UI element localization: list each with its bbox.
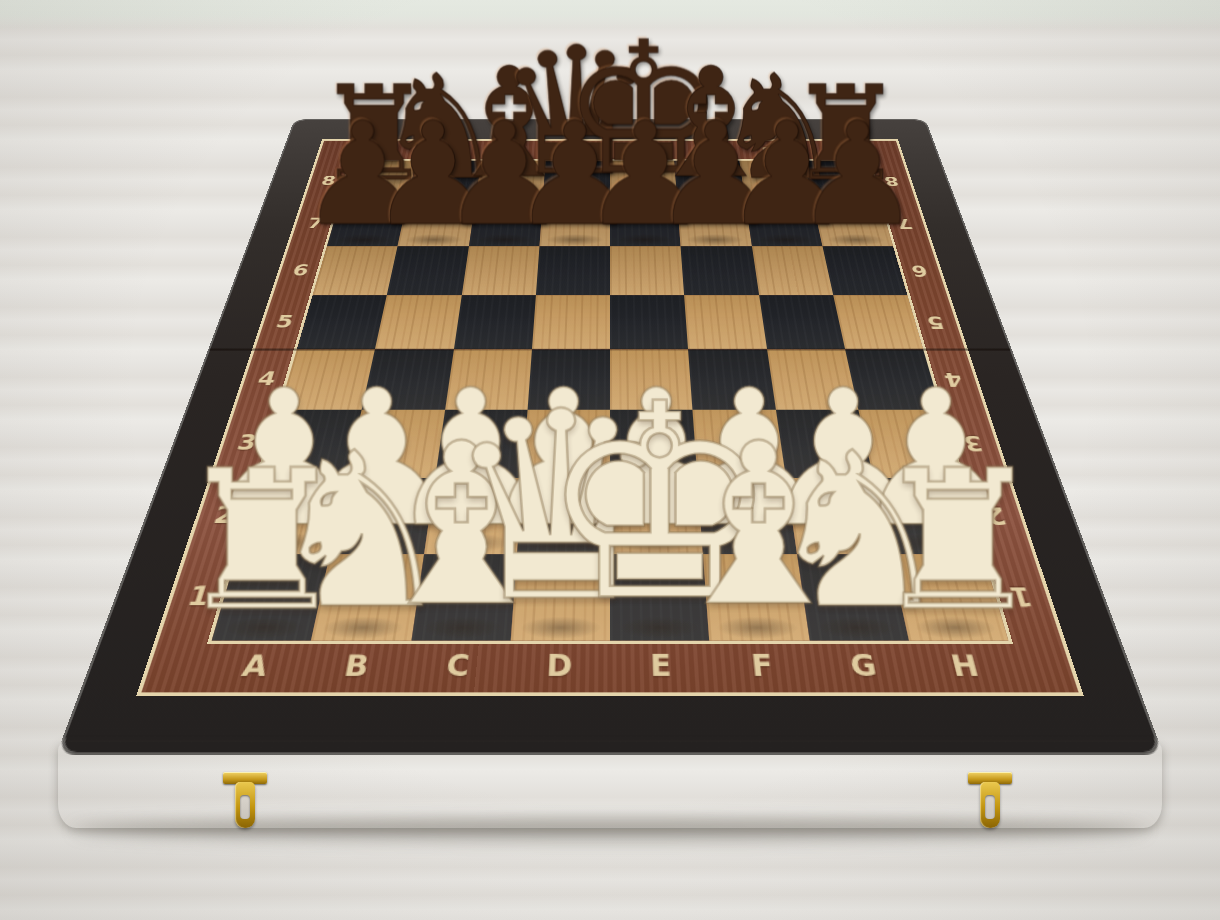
file-label-g-bottom: G (834, 647, 893, 686)
file-label-a-bottom: A (224, 647, 286, 686)
square-f5[interactable] (684, 295, 766, 349)
board-scene: ♜♞♝♛♚♝♞♜♟♟♟♟♟♟♟♟♟♟♟♟♟♟♟♟♜♞♝♛♚♝♞♜ AABBCCD… (210, 0, 1010, 750)
squares-grid: ♜♞♝♛♚♝♞♜♟♟♟♟♟♟♟♟♟♟♟♟♟♟♟♟♜♞♝♛♚♝♞♜ (212, 161, 1008, 641)
right-clasp-hasp (980, 782, 1000, 828)
square-a5[interactable] (297, 295, 387, 349)
square-h7[interactable]: ♟ (812, 201, 893, 246)
square-f6[interactable] (681, 246, 759, 295)
square-a6[interactable] (313, 246, 398, 295)
rank-label-6-right: 6 (898, 260, 941, 280)
file-label-f-bottom: F (734, 647, 790, 686)
file-label-d-bottom: D (532, 647, 585, 686)
square-b5[interactable] (375, 295, 461, 349)
square-d5[interactable] (532, 295, 610, 349)
piece-black-pawn[interactable]: ♟ (793, 102, 921, 245)
square-c5[interactable] (453, 295, 535, 349)
square-h5[interactable] (833, 295, 923, 349)
rank-label-5-right: 5 (913, 311, 959, 333)
photo-canvas: { "game": "chess", "scene": "wooden fold… (0, 0, 1220, 920)
board-border-band: ♜♞♝♛♚♝♞♜♟♟♟♟♟♟♟♟♟♟♟♟♟♟♟♟♜♞♝♛♚♝♞♜ AABBCCD… (136, 139, 1084, 696)
rank-label-6-left: 6 (279, 260, 322, 280)
rank-label-5-left: 5 (261, 311, 307, 333)
square-d6[interactable] (536, 246, 610, 295)
piece-white-rook[interactable]: ♜ (871, 445, 1044, 638)
square-h6[interactable] (822, 246, 907, 295)
square-e6[interactable] (610, 246, 684, 295)
left-clasp (222, 772, 268, 838)
right-clasp (967, 772, 1013, 838)
file-label-h-bottom: H (934, 647, 996, 686)
square-e5[interactable] (610, 295, 688, 349)
square-b6[interactable] (387, 246, 468, 295)
chess-board: ♜♞♝♛♚♝♞♜♟♟♟♟♟♟♟♟♟♟♟♟♟♟♟♟♜♞♝♛♚♝♞♜ AABBCCD… (60, 120, 1160, 752)
file-label-c-bottom: C (429, 647, 485, 686)
square-h1[interactable]: ♜ (890, 554, 1009, 641)
file-label-b-bottom: B (327, 647, 386, 686)
square-g5[interactable] (759, 295, 845, 349)
square-g6[interactable] (751, 246, 832, 295)
square-c6[interactable] (461, 246, 539, 295)
box-front-edge (58, 742, 1162, 828)
left-clasp-hasp (235, 782, 255, 828)
file-label-e-bottom: E (634, 647, 687, 686)
